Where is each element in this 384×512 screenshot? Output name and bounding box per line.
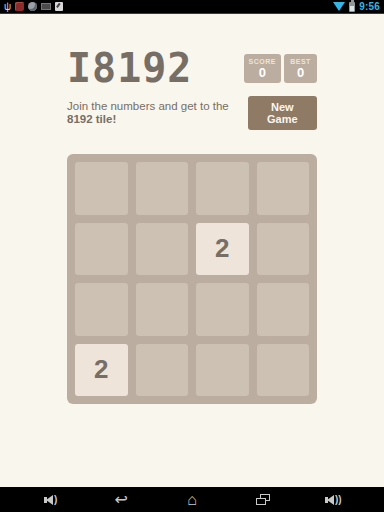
board-cell bbox=[196, 162, 249, 215]
board-cell bbox=[257, 162, 310, 215]
back-button[interactable]: ↩ bbox=[101, 487, 141, 512]
volume-up-icon: )) bbox=[325, 495, 342, 505]
scoreboard: SCORE 0 BEST 0 bbox=[244, 54, 317, 83]
above-board-row: Join the numbers and get to the 8192 til… bbox=[67, 96, 317, 130]
volume-up-button[interactable]: )) bbox=[313, 487, 353, 512]
navigation-bar: ) ↩ ⌂ )) bbox=[0, 487, 384, 512]
clock: 9:56 bbox=[359, 1, 380, 12]
recents-icon bbox=[256, 494, 270, 505]
board-cell bbox=[257, 344, 310, 397]
status-bar-system: 9:56 bbox=[333, 1, 380, 12]
wifi-icon bbox=[333, 2, 345, 11]
app-notification-icon bbox=[15, 2, 24, 11]
board-cell bbox=[257, 283, 310, 336]
home-icon: ⌂ bbox=[187, 492, 197, 508]
game-title: I8192 bbox=[67, 54, 192, 82]
board-cell bbox=[136, 283, 189, 336]
best-value: 0 bbox=[289, 66, 312, 80]
status-bar[interactable]: ψ 9:56 bbox=[0, 0, 384, 14]
board-cell bbox=[136, 344, 189, 397]
recents-button[interactable] bbox=[243, 487, 283, 512]
browser-notification-icon bbox=[28, 2, 37, 11]
game-intro-text: Join the numbers and get to the 8192 til… bbox=[67, 100, 248, 126]
score-box: SCORE 0 bbox=[244, 54, 281, 83]
volume-down-button[interactable]: ) bbox=[31, 487, 71, 512]
board-cell bbox=[257, 223, 310, 276]
board-cell bbox=[196, 344, 249, 397]
home-button[interactable]: ⌂ bbox=[172, 487, 212, 512]
message-notification-icon bbox=[41, 3, 51, 10]
clipboard-notification-icon bbox=[55, 2, 63, 11]
back-icon: ↩ bbox=[115, 492, 128, 508]
game-container: I8192 SCORE 0 BEST 0 Join the numbers an… bbox=[67, 54, 317, 404]
board-cell bbox=[75, 223, 128, 276]
volume-down-icon: ) bbox=[44, 495, 57, 505]
intro-text-bold: 8192 tile! bbox=[67, 113, 116, 125]
usb-icon: ψ bbox=[4, 2, 11, 12]
tile-2: 2 bbox=[75, 344, 128, 397]
intro-text-normal: Join the numbers and get to the bbox=[67, 100, 229, 112]
status-bar-notifications: ψ bbox=[4, 2, 63, 12]
board-cell bbox=[136, 162, 189, 215]
board[interactable]: 22 bbox=[67, 154, 317, 404]
score-value: 0 bbox=[249, 66, 276, 80]
board-cell bbox=[75, 162, 128, 215]
board-cell bbox=[75, 283, 128, 336]
board-cell bbox=[136, 223, 189, 276]
tile-2: 2 bbox=[196, 223, 249, 276]
board-cell bbox=[196, 283, 249, 336]
best-box: BEST 0 bbox=[284, 54, 317, 83]
new-game-button[interactable]: New Game bbox=[248, 96, 317, 130]
header: I8192 SCORE 0 BEST 0 bbox=[67, 54, 317, 83]
battery-icon bbox=[349, 2, 355, 12]
